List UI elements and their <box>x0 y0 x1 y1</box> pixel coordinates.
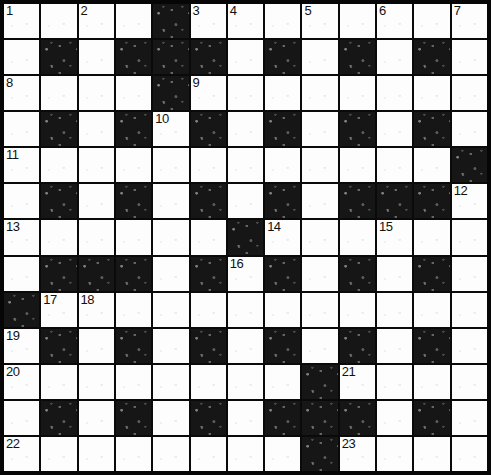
black-cell-r10c2 <box>41 329 76 363</box>
white-cell-r11c4[interactable] <box>116 365 151 399</box>
white-cell-r9c13[interactable] <box>452 293 487 327</box>
white-cell-r3c9[interactable] <box>302 76 337 110</box>
white-cell-r6c7[interactable] <box>228 184 263 218</box>
clue-number-17: 17 <box>43 293 56 308</box>
white-cell-r7c13[interactable] <box>452 220 487 254</box>
white-cell-r3c8[interactable] <box>265 76 300 110</box>
white-cell-r7c9[interactable] <box>302 220 337 254</box>
white-cell-r13c7[interactable] <box>228 437 263 471</box>
white-cell-r9c9[interactable] <box>302 293 337 327</box>
black-cell-r9c1 <box>4 293 39 327</box>
white-cell-r12c7[interactable] <box>228 401 263 435</box>
white-cell-r7c4[interactable] <box>116 220 151 254</box>
white-cell-r13c3[interactable] <box>79 437 114 471</box>
clue-number-9: 9 <box>193 76 200 91</box>
clue-number-5: 5 <box>304 4 311 19</box>
clue-number-12: 12 <box>454 184 467 199</box>
white-cell-r3c12[interactable] <box>414 76 449 110</box>
white-cell-r8c5[interactable] <box>153 257 188 291</box>
white-cell-r9c3[interactable]: 18 <box>79 293 114 327</box>
black-cell-r6c10 <box>340 184 375 218</box>
white-cell-r4c13[interactable] <box>452 112 487 146</box>
white-cell-r6c1[interactable] <box>4 184 39 218</box>
black-cell-r1c5 <box>153 4 188 38</box>
black-cell-r8c3 <box>79 257 114 291</box>
black-cell-r2c2 <box>41 40 76 74</box>
black-cell-r4c12 <box>414 112 449 146</box>
white-cell-r1c13[interactable]: 7 <box>452 4 487 38</box>
white-cell-r11c8[interactable] <box>265 365 300 399</box>
black-cell-r12c12 <box>414 401 449 435</box>
white-cell-r9c7[interactable] <box>228 293 263 327</box>
clue-number-16: 16 <box>230 257 243 272</box>
white-cell-r10c13[interactable] <box>452 329 487 363</box>
white-cell-r3c13[interactable] <box>452 76 487 110</box>
clue-number-3: 3 <box>193 4 200 19</box>
white-cell-r5c12[interactable] <box>414 148 449 182</box>
white-cell-r11c11[interactable] <box>377 365 412 399</box>
black-cell-r11c9 <box>302 365 337 399</box>
white-cell-r11c6[interactable] <box>191 365 226 399</box>
white-cell-r2c1[interactable] <box>4 40 39 74</box>
white-cell-r13c4[interactable] <box>116 437 151 471</box>
black-cell-r7c7 <box>228 220 263 254</box>
white-cell-r10c7[interactable] <box>228 329 263 363</box>
white-cell-r1c1[interactable]: 1 <box>4 4 39 38</box>
black-cell-r8c12 <box>414 257 449 291</box>
white-cell-r6c3[interactable] <box>79 184 114 218</box>
black-cell-r6c12 <box>414 184 449 218</box>
white-cell-r1c3[interactable]: 2 <box>79 4 114 38</box>
white-cell-r7c10[interactable] <box>340 220 375 254</box>
white-cell-r7c12[interactable] <box>414 220 449 254</box>
white-cell-r11c5[interactable] <box>153 365 188 399</box>
black-cell-r10c4 <box>116 329 151 363</box>
white-cell-r13c2[interactable] <box>41 437 76 471</box>
white-cell-r8c11[interactable] <box>377 257 412 291</box>
white-cell-r13c13[interactable] <box>452 437 487 471</box>
white-cell-r2c13[interactable] <box>452 40 487 74</box>
white-cell-r10c11[interactable] <box>377 329 412 363</box>
white-cell-r11c2[interactable] <box>41 365 76 399</box>
white-cell-r10c9[interactable] <box>302 329 337 363</box>
black-cell-r6c11 <box>377 184 412 218</box>
white-cell-r12c1[interactable] <box>4 401 39 435</box>
white-cell-r3c7[interactable] <box>228 76 263 110</box>
clue-number-7: 7 <box>454 4 461 19</box>
white-cell-r6c13[interactable]: 12 <box>452 184 487 218</box>
white-cell-r8c1[interactable] <box>4 257 39 291</box>
black-cell-r8c6 <box>191 257 226 291</box>
white-cell-r13c12[interactable] <box>414 437 449 471</box>
black-cell-r2c10 <box>340 40 375 74</box>
white-cell-r2c7[interactable] <box>228 40 263 74</box>
white-cell-r4c9[interactable] <box>302 112 337 146</box>
white-cell-r5c2[interactable] <box>41 148 76 182</box>
white-cell-r4c3[interactable] <box>79 112 114 146</box>
white-cell-r7c11[interactable]: 15 <box>377 220 412 254</box>
white-cell-r1c11[interactable]: 6 <box>377 4 412 38</box>
black-cell-r2c8 <box>265 40 300 74</box>
white-cell-r1c12[interactable] <box>414 4 449 38</box>
white-cell-r13c8[interactable] <box>265 437 300 471</box>
white-cell-r8c7[interactable]: 16 <box>228 257 263 291</box>
white-cell-r5c1[interactable]: 11 <box>4 148 39 182</box>
white-cell-r1c10[interactable] <box>340 4 375 38</box>
white-cell-r5c4[interactable] <box>116 148 151 182</box>
white-cell-r13c6[interactable] <box>191 437 226 471</box>
white-cell-r9c5[interactable] <box>153 293 188 327</box>
black-cell-r13c9 <box>302 437 337 471</box>
clue-number-13: 13 <box>6 220 19 235</box>
clue-number-23: 23 <box>342 437 355 452</box>
white-cell-r11c12[interactable] <box>414 365 449 399</box>
white-cell-r5c8[interactable] <box>265 148 300 182</box>
black-cell-r12c6 <box>191 401 226 435</box>
white-cell-r8c9[interactable] <box>302 257 337 291</box>
white-cell-r13c1[interactable]: 22 <box>4 437 39 471</box>
black-cell-r6c4 <box>116 184 151 218</box>
black-cell-r8c4 <box>116 257 151 291</box>
white-cell-r10c1[interactable]: 19 <box>4 329 39 363</box>
white-cell-r3c11[interactable] <box>377 76 412 110</box>
clue-number-15: 15 <box>379 220 392 235</box>
black-cell-r4c4 <box>116 112 151 146</box>
black-cell-r3c5 <box>153 76 188 110</box>
black-cell-r12c9 <box>302 401 337 435</box>
white-cell-r9c10[interactable] <box>340 293 375 327</box>
black-cell-r12c10 <box>340 401 375 435</box>
white-cell-r1c4[interactable] <box>116 4 151 38</box>
black-cell-r10c6 <box>191 329 226 363</box>
white-cell-r13c5[interactable] <box>153 437 188 471</box>
black-cell-r8c2 <box>41 257 76 291</box>
white-cell-r1c6[interactable]: 3 <box>191 4 226 38</box>
black-cell-r4c10 <box>340 112 375 146</box>
clue-number-18: 18 <box>81 293 94 308</box>
black-cell-r8c10 <box>340 257 375 291</box>
clue-number-1: 1 <box>6 4 13 19</box>
black-cell-r6c8 <box>265 184 300 218</box>
white-cell-r5c7[interactable] <box>228 148 263 182</box>
white-cell-r12c5[interactable] <box>153 401 188 435</box>
white-cell-r9c12[interactable] <box>414 293 449 327</box>
white-cell-r11c10[interactable]: 21 <box>340 365 375 399</box>
white-cell-r1c9[interactable]: 5 <box>302 4 337 38</box>
white-cell-r2c9[interactable] <box>302 40 337 74</box>
white-cell-r3c1[interactable]: 8 <box>4 76 39 110</box>
white-cell-r9c11[interactable] <box>377 293 412 327</box>
black-cell-r2c4 <box>116 40 151 74</box>
white-cell-r9c4[interactable] <box>116 293 151 327</box>
white-cell-r4c7[interactable] <box>228 112 263 146</box>
black-cell-r10c12 <box>414 329 449 363</box>
white-cell-r4c5[interactable]: 10 <box>153 112 188 146</box>
clue-number-22: 22 <box>6 437 19 452</box>
black-cell-r5c13 <box>452 148 487 182</box>
white-cell-r10c3[interactable] <box>79 329 114 363</box>
black-cell-r6c2 <box>41 184 76 218</box>
white-cell-r1c7[interactable]: 4 <box>228 4 263 38</box>
clue-number-20: 20 <box>6 365 19 380</box>
black-cell-r8c8 <box>265 257 300 291</box>
white-cell-r13c11[interactable] <box>377 437 412 471</box>
black-cell-r6c6 <box>191 184 226 218</box>
white-cell-r11c7[interactable] <box>228 365 263 399</box>
clue-number-11: 11 <box>6 148 19 163</box>
white-cell-r9c6[interactable] <box>191 293 226 327</box>
white-cell-r2c3[interactable] <box>79 40 114 74</box>
black-cell-r12c8 <box>265 401 300 435</box>
white-cell-r12c13[interactable] <box>452 401 487 435</box>
white-cell-r3c2[interactable] <box>41 76 76 110</box>
white-cell-r2c11[interactable] <box>377 40 412 74</box>
white-cell-r5c6[interactable] <box>191 148 226 182</box>
white-cell-r6c5[interactable] <box>153 184 188 218</box>
clue-number-8: 8 <box>6 76 13 91</box>
white-cell-r13c10[interactable]: 23 <box>340 437 375 471</box>
white-cell-r7c5[interactable] <box>153 220 188 254</box>
white-cell-r5c3[interactable] <box>79 148 114 182</box>
clue-number-21: 21 <box>342 365 355 380</box>
white-cell-r3c10[interactable] <box>340 76 375 110</box>
black-cell-r10c8 <box>265 329 300 363</box>
clue-number-4: 4 <box>230 4 237 19</box>
white-cell-r7c1[interactable]: 13 <box>4 220 39 254</box>
white-cell-r5c5[interactable] <box>153 148 188 182</box>
white-cell-r5c11[interactable] <box>377 148 412 182</box>
crossword-grid: 1234567891011121314151617181920212223 <box>0 0 491 475</box>
white-cell-r12c11[interactable] <box>377 401 412 435</box>
white-cell-r6c9[interactable] <box>302 184 337 218</box>
white-cell-r9c2[interactable]: 17 <box>41 293 76 327</box>
white-cell-r7c6[interactable] <box>191 220 226 254</box>
clue-number-6: 6 <box>379 4 386 19</box>
black-cell-r2c6 <box>191 40 226 74</box>
white-cell-r4c11[interactable] <box>377 112 412 146</box>
white-cell-r5c10[interactable] <box>340 148 375 182</box>
white-cell-r3c3[interactable] <box>79 76 114 110</box>
white-cell-r5c9[interactable] <box>302 148 337 182</box>
white-cell-r11c13[interactable] <box>452 365 487 399</box>
white-cell-r8c13[interactable] <box>452 257 487 291</box>
white-cell-r1c8[interactable] <box>265 4 300 38</box>
white-cell-r1c2[interactable] <box>41 4 76 38</box>
white-cell-r3c6[interactable]: 9 <box>191 76 226 110</box>
black-cell-r4c2 <box>41 112 76 146</box>
black-cell-r4c8 <box>265 112 300 146</box>
black-cell-r2c5 <box>153 40 188 74</box>
white-cell-r3c4[interactable] <box>116 76 151 110</box>
white-cell-r7c8[interactable]: 14 <box>265 220 300 254</box>
white-cell-r7c3[interactable] <box>79 220 114 254</box>
black-cell-r4c6 <box>191 112 226 146</box>
white-cell-r12c3[interactable] <box>79 401 114 435</box>
white-cell-r7c2[interactable] <box>41 220 76 254</box>
white-cell-r10c5[interactable] <box>153 329 188 363</box>
clue-number-19: 19 <box>6 329 19 344</box>
black-cell-r12c4 <box>116 401 151 435</box>
black-cell-r2c12 <box>414 40 449 74</box>
clue-number-10: 10 <box>155 112 168 127</box>
white-cell-r4c1[interactable] <box>4 112 39 146</box>
clue-number-2: 2 <box>81 4 88 19</box>
black-cell-r10c10 <box>340 329 375 363</box>
white-cell-r11c3[interactable] <box>79 365 114 399</box>
white-cell-r11c1[interactable]: 20 <box>4 365 39 399</box>
white-cell-r9c8[interactable] <box>265 293 300 327</box>
clue-number-14: 14 <box>267 220 280 235</box>
black-cell-r12c2 <box>41 401 76 435</box>
